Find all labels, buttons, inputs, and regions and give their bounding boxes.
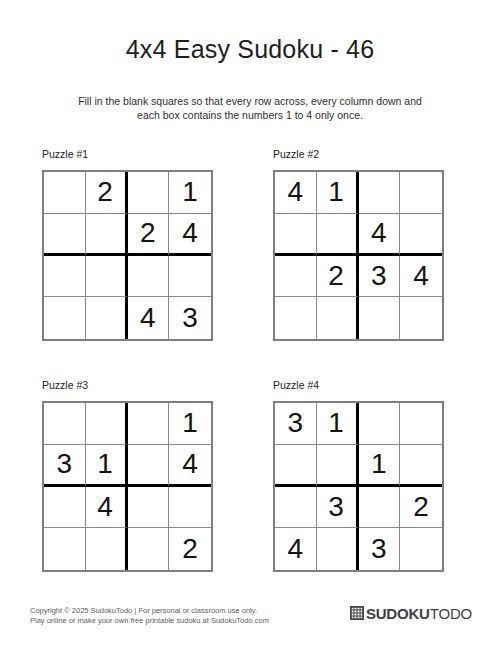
sudoku-cell-r2c4: 4 xyxy=(169,445,211,487)
sudoku-cell-r4c1 xyxy=(275,297,317,339)
sudoku-cell-r4c1 xyxy=(44,528,86,570)
sudoku-cell-r1c3 xyxy=(359,403,401,445)
sudoku-cell-r4c2 xyxy=(317,528,359,570)
sudoku-cell-r2c3 xyxy=(128,445,170,487)
sudoku-cell-r2c2: 1 xyxy=(86,445,128,487)
sudoku-cell-r4c2 xyxy=(86,297,128,339)
puzzle-3-grid: 131442 xyxy=(42,401,213,572)
instructions: Fill in the blank squares so that every … xyxy=(0,95,500,122)
sudoku-cell-r4c4 xyxy=(400,297,442,339)
puzzle-1-grid: 212443 xyxy=(42,170,213,341)
sudoku-cell-r1c1 xyxy=(44,403,86,445)
sudoku-cell-r2c1 xyxy=(44,214,86,256)
sudoku-cell-r3c2: 4 xyxy=(86,487,128,529)
sudoku-cell-r3c1 xyxy=(44,256,86,298)
sudoku-cell-r3c1 xyxy=(275,256,317,298)
logo-text-todo: TODO xyxy=(430,605,472,622)
puzzle-3-label: Puzzle #3 xyxy=(42,379,213,392)
sudoku-cell-r4c2 xyxy=(86,528,128,570)
sudoku-cell-r3c2: 2 xyxy=(317,256,359,298)
sudoku-cell-r4c3 xyxy=(128,528,170,570)
sudoku-cell-r3c3 xyxy=(128,487,170,529)
sudoku-cell-r2c4: 4 xyxy=(169,214,211,256)
sudoku-cell-r4c3: 3 xyxy=(359,528,401,570)
sudoku-cell-r3c4: 2 xyxy=(400,487,442,529)
instructions-line-1: Fill in the blank squares so that every … xyxy=(0,95,500,109)
sudoku-cell-r2c1 xyxy=(275,214,317,256)
puzzle-2-grid: 414234 xyxy=(273,170,444,341)
sudoku-cell-r4c4: 3 xyxy=(169,297,211,339)
sudoku-cell-r4c1 xyxy=(44,297,86,339)
sudoku-cell-r4c1: 4 xyxy=(275,528,317,570)
page-title: 4x4 Easy Sudoku - 46 xyxy=(0,35,500,63)
sudoku-cell-r3c4 xyxy=(169,256,211,298)
puzzle-4-grid: 3113243 xyxy=(273,401,444,572)
sudoku-cell-r4c2 xyxy=(317,297,359,339)
sudoku-cell-r1c3 xyxy=(128,403,170,445)
sudoku-cell-r1c1: 3 xyxy=(275,403,317,445)
sudoku-cell-r3c1 xyxy=(275,487,317,529)
instructions-line-2: each box contains the numbers 1 to 4 onl… xyxy=(0,109,500,123)
sudoku-cell-r1c2: 2 xyxy=(86,172,128,214)
puzzle-3: Puzzle #3 131442 xyxy=(42,379,213,572)
puzzle-1-label: Puzzle #1 xyxy=(42,148,213,161)
puzzle-1: Puzzle #1 212443 xyxy=(42,148,213,341)
sudoku-cell-r2c1 xyxy=(275,445,317,487)
sudoku-cell-r1c2: 1 xyxy=(317,403,359,445)
puzzle-2-label: Puzzle #2 xyxy=(273,148,444,161)
footer-copyright-line-1: Copyright © 2025 SudokuTodo | For person… xyxy=(30,606,269,616)
sudoku-cell-r3c2 xyxy=(86,256,128,298)
sudoku-cell-r1c1 xyxy=(44,172,86,214)
sudoku-cell-r2c3: 2 xyxy=(128,214,170,256)
sudoku-cell-r1c4 xyxy=(400,172,442,214)
sudoku-cell-r3c1 xyxy=(44,487,86,529)
sudoku-cell-r2c4 xyxy=(400,214,442,256)
sudoku-cell-r4c4 xyxy=(400,528,442,570)
sudoku-cell-r2c2 xyxy=(317,214,359,256)
sudoku-cell-r3c4: 4 xyxy=(400,256,442,298)
sudoku-cell-r1c4: 1 xyxy=(169,403,211,445)
sudoku-cell-r2c2 xyxy=(86,214,128,256)
sudoku-cell-r3c3 xyxy=(128,256,170,298)
footer-copyright: Copyright © 2025 SudokuTodo | For person… xyxy=(30,606,269,626)
logo-text-sudoku: SUDOKU xyxy=(366,605,430,622)
sudoku-cell-r1c3 xyxy=(128,172,170,214)
sudokutodo-logo: SUDOKUTODO xyxy=(350,604,472,622)
sudoku-cell-r3c3: 3 xyxy=(359,256,401,298)
grid-logo-icon xyxy=(350,606,364,620)
sudoku-cell-r2c4 xyxy=(400,445,442,487)
sudoku-cell-r2c2 xyxy=(317,445,359,487)
sudoku-cell-r2c1: 3 xyxy=(44,445,86,487)
sudoku-cell-r4c4: 2 xyxy=(169,528,211,570)
sudoku-cell-r4c3: 4 xyxy=(128,297,170,339)
sudoku-cell-r1c2 xyxy=(86,403,128,445)
sudoku-cell-r1c4: 1 xyxy=(169,172,211,214)
sudoku-cell-r3c4 xyxy=(169,487,211,529)
sudoku-cell-r3c3 xyxy=(359,487,401,529)
sudoku-cell-r1c1: 4 xyxy=(275,172,317,214)
puzzle-4: Puzzle #4 3113243 xyxy=(273,379,444,572)
sudoku-cell-r3c2: 3 xyxy=(317,487,359,529)
sudoku-cell-r1c3 xyxy=(359,172,401,214)
puzzle-4-label: Puzzle #4 xyxy=(273,379,444,392)
puzzle-2: Puzzle #2 414234 xyxy=(273,148,444,341)
sudoku-cell-r4c3 xyxy=(359,297,401,339)
sudoku-cell-r2c3: 1 xyxy=(359,445,401,487)
sudoku-cell-r1c2: 1 xyxy=(317,172,359,214)
footer-copyright-line-2: Play online or make your own free printa… xyxy=(30,616,269,626)
sudoku-cell-r2c3: 4 xyxy=(359,214,401,256)
sudoku-cell-r1c4 xyxy=(400,403,442,445)
